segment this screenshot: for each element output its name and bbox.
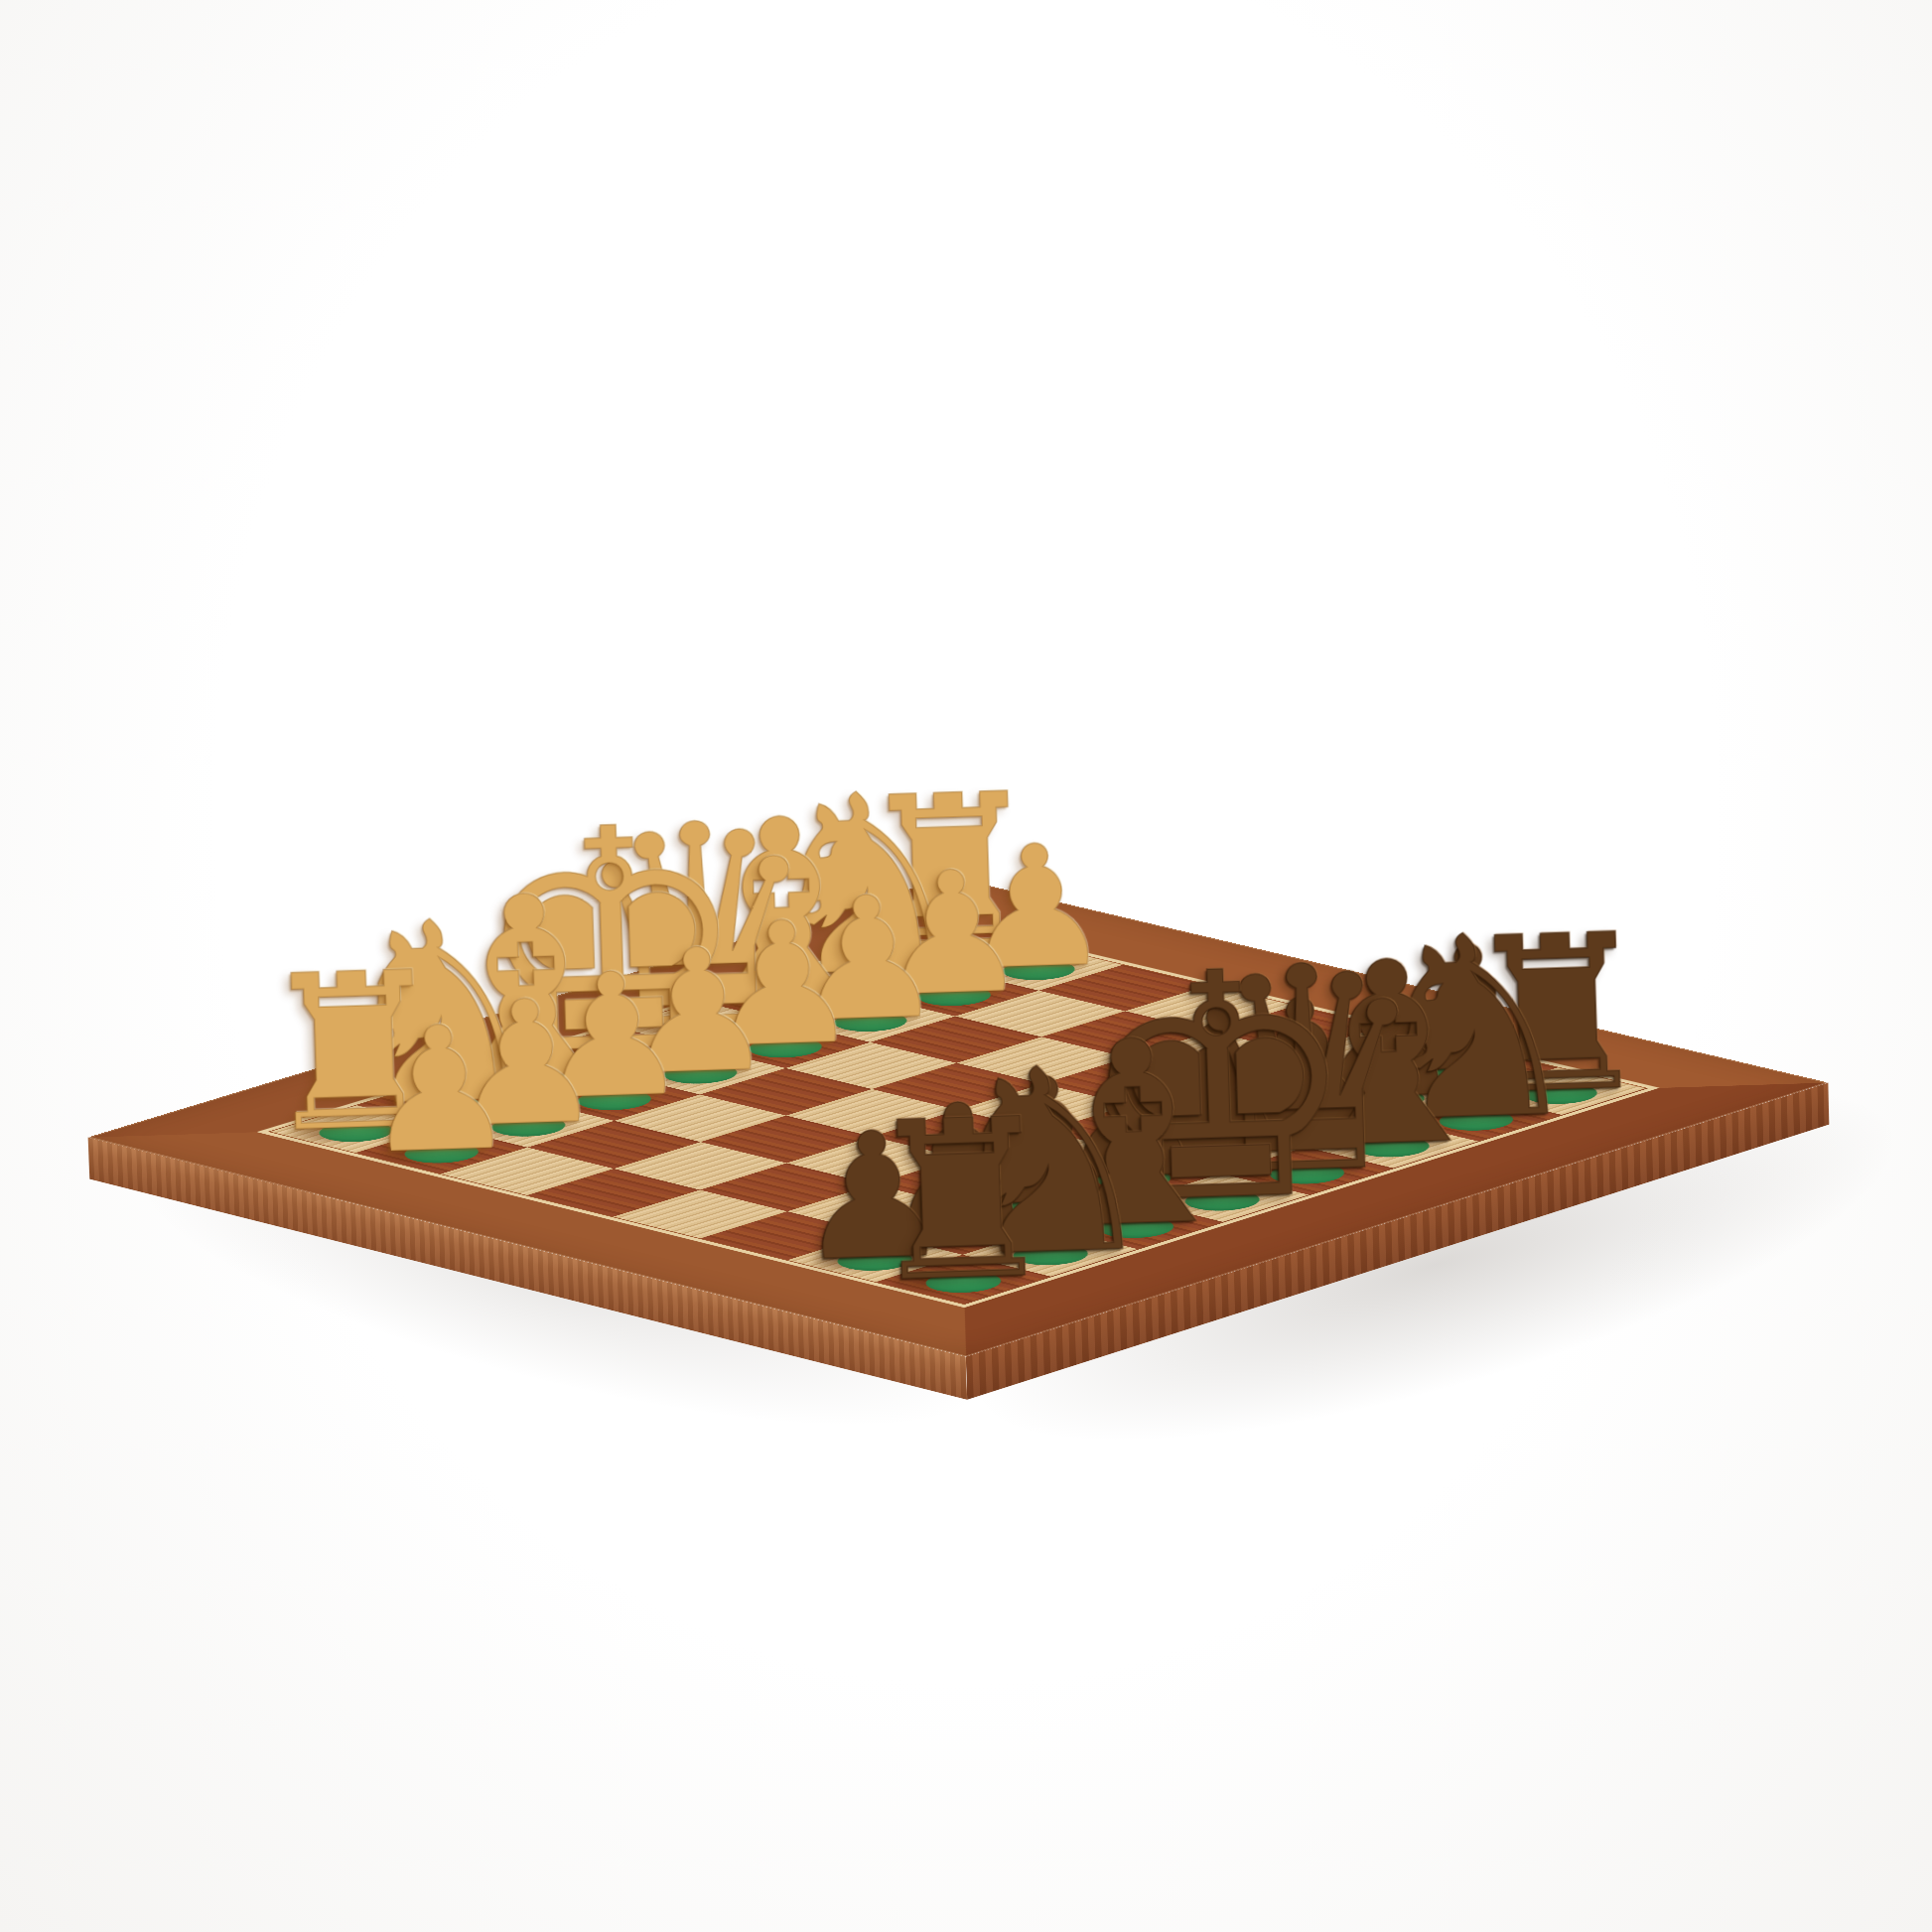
product-photo: ♜♞♝♛♚♝♞♜♟♟♟♟♟♟♟♟♟♟♟♟♟♟♟♟♜♞♝♛♚♝♞♜ xyxy=(0,0,1932,1932)
square-h6 xyxy=(700,1211,875,1260)
square-g6 xyxy=(787,1184,961,1233)
square-h3 xyxy=(441,1148,614,1195)
felt-c8 xyxy=(1339,1133,1444,1162)
square-d6 xyxy=(1045,1105,1218,1153)
felt-e8 xyxy=(1170,1185,1275,1214)
square-g3 xyxy=(528,1121,701,1169)
felt-c7 xyxy=(1252,1111,1356,1140)
square-c8 xyxy=(1306,1120,1478,1168)
square-d7 xyxy=(1133,1126,1306,1173)
felt-h7 xyxy=(822,1245,927,1275)
felt-f7 xyxy=(996,1191,1101,1220)
square-h7 xyxy=(787,1233,962,1282)
felt-b8 xyxy=(1424,1106,1528,1135)
chess-board xyxy=(88,877,1829,1357)
square-f6 xyxy=(874,1158,1047,1206)
square-g4 xyxy=(614,1142,786,1189)
scene: ♜♞♝♛♚♝♞♜♟♟♟♟♟♟♟♟♟♟♟♟♟♟♟♟♜♞♝♛♚♝♞♜ xyxy=(0,0,1932,1932)
square-f5 xyxy=(786,1137,959,1184)
felt-d7 xyxy=(1167,1138,1271,1167)
square-h5 xyxy=(614,1189,787,1238)
square-f7 xyxy=(961,1178,1135,1227)
square-c7 xyxy=(1217,1099,1390,1147)
square-h2 xyxy=(355,1126,528,1173)
felt-f8 xyxy=(1083,1212,1188,1242)
square-h4 xyxy=(527,1169,701,1217)
square-e6 xyxy=(960,1131,1133,1178)
square-e8 xyxy=(1135,1173,1309,1222)
square-b8 xyxy=(1390,1094,1563,1142)
square-f8 xyxy=(1049,1200,1224,1249)
square-g8 xyxy=(963,1227,1138,1276)
perspective-wrapper xyxy=(0,0,1932,1932)
felt-h2 xyxy=(389,1139,493,1168)
square-f4 xyxy=(700,1115,873,1163)
felt-h8 xyxy=(910,1267,1017,1297)
square-h8 xyxy=(876,1255,1051,1305)
felt-d8 xyxy=(1255,1159,1360,1187)
square-e7 xyxy=(1047,1153,1221,1201)
felt-g7 xyxy=(909,1218,1015,1248)
square-g7 xyxy=(875,1206,1049,1255)
square-d8 xyxy=(1220,1147,1394,1194)
